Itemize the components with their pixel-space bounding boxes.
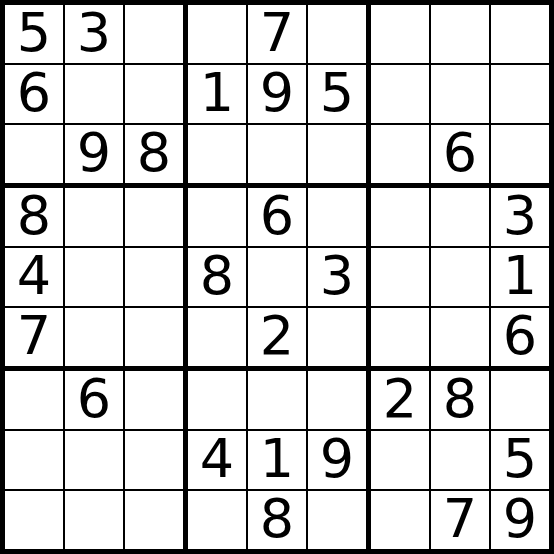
cell-r4c7[interactable] (371, 188, 431, 248)
given-digit: 8 (137, 126, 171, 180)
given-digit: 1 (503, 249, 537, 303)
cell-r6c2[interactable] (65, 308, 125, 371)
cell-r6c9[interactable]: 6 (491, 308, 549, 371)
cell-r7c5[interactable] (248, 371, 308, 431)
given-digit: 2 (260, 309, 294, 363)
cell-r8c9[interactable]: 5 (491, 431, 549, 491)
cell-r6c1[interactable]: 7 (5, 308, 65, 371)
cell-r2c9[interactable] (491, 65, 549, 125)
cell-r3c8[interactable]: 6 (431, 125, 491, 188)
cell-r5c6[interactable]: 3 (308, 248, 371, 308)
cell-r9c5[interactable]: 8 (248, 491, 308, 549)
cell-r9c3[interactable] (125, 491, 188, 549)
cell-r1c8[interactable] (431, 5, 491, 65)
cell-r1c9[interactable] (491, 5, 549, 65)
cell-r2c6[interactable]: 5 (308, 65, 371, 125)
cell-r3c7[interactable] (371, 125, 431, 188)
cell-r3c6[interactable] (308, 125, 371, 188)
cell-r3c2[interactable]: 9 (65, 125, 125, 188)
cell-r2c4[interactable]: 1 (188, 65, 248, 125)
cell-r7c6[interactable] (308, 371, 371, 431)
cell-r6c3[interactable] (125, 308, 188, 371)
given-digit: 5 (17, 6, 51, 60)
cell-r8c5[interactable]: 1 (248, 431, 308, 491)
sudoku-board: 537619598686348317266284195879 (0, 0, 554, 554)
cell-r8c4[interactable]: 4 (188, 431, 248, 491)
cell-r1c1[interactable]: 5 (5, 5, 65, 65)
cell-r9c2[interactable] (65, 491, 125, 549)
cell-r9c7[interactable] (371, 491, 431, 549)
given-digit: 1 (260, 432, 294, 486)
cell-r1c2[interactable]: 3 (65, 5, 125, 65)
given-digit: 4 (17, 249, 51, 303)
cell-r4c9[interactable]: 3 (491, 188, 549, 248)
cell-r4c6[interactable] (308, 188, 371, 248)
cell-r7c2[interactable]: 6 (65, 371, 125, 431)
cell-r9c8[interactable]: 7 (431, 491, 491, 549)
given-digit: 8 (260, 492, 294, 546)
given-digit: 7 (260, 6, 294, 60)
cell-r6c6[interactable] (308, 308, 371, 371)
cell-r7c3[interactable] (125, 371, 188, 431)
cell-r8c2[interactable] (65, 431, 125, 491)
given-digit: 9 (77, 126, 111, 180)
given-digit: 1 (200, 66, 234, 120)
given-digit: 5 (320, 66, 354, 120)
cell-r7c4[interactable] (188, 371, 248, 431)
given-digit: 6 (260, 189, 294, 243)
cell-r5c5[interactable] (248, 248, 308, 308)
cell-r4c5[interactable]: 6 (248, 188, 308, 248)
cell-r1c4[interactable] (188, 5, 248, 65)
cell-r3c3[interactable]: 8 (125, 125, 188, 188)
cell-r6c5[interactable]: 2 (248, 308, 308, 371)
cell-r4c3[interactable] (125, 188, 188, 248)
cell-r9c6[interactable] (308, 491, 371, 549)
cell-r7c1[interactable] (5, 371, 65, 431)
cell-r5c4[interactable]: 8 (188, 248, 248, 308)
cell-r4c8[interactable] (431, 188, 491, 248)
cell-r5c3[interactable] (125, 248, 188, 308)
cell-r3c5[interactable] (248, 125, 308, 188)
given-digit: 3 (77, 6, 111, 60)
cell-r6c4[interactable] (188, 308, 248, 371)
given-digit: 6 (17, 66, 51, 120)
cell-r8c6[interactable]: 9 (308, 431, 371, 491)
cell-r2c5[interactable]: 9 (248, 65, 308, 125)
given-digit: 8 (443, 372, 477, 426)
cell-r5c9[interactable]: 1 (491, 248, 549, 308)
given-digit: 5 (503, 432, 537, 486)
given-digit: 9 (320, 432, 354, 486)
cell-r5c2[interactable] (65, 248, 125, 308)
cell-r2c3[interactable] (125, 65, 188, 125)
cell-r4c2[interactable] (65, 188, 125, 248)
cell-r7c9[interactable] (491, 371, 549, 431)
cell-r3c1[interactable] (5, 125, 65, 188)
given-digit: 8 (200, 249, 234, 303)
cell-r4c1[interactable]: 8 (5, 188, 65, 248)
cell-r3c9[interactable] (491, 125, 549, 188)
given-digit: 8 (17, 189, 51, 243)
given-digit: 3 (503, 189, 537, 243)
given-digit: 9 (260, 66, 294, 120)
given-digit: 2 (383, 372, 417, 426)
given-digit: 4 (200, 432, 234, 486)
given-digit: 3 (320, 249, 354, 303)
cell-r8c1[interactable] (5, 431, 65, 491)
cell-r8c7[interactable] (371, 431, 431, 491)
cell-r8c8[interactable] (431, 431, 491, 491)
cell-r1c3[interactable] (125, 5, 188, 65)
cell-r2c1[interactable]: 6 (5, 65, 65, 125)
given-digit: 6 (503, 309, 537, 363)
cell-r5c1[interactable]: 4 (5, 248, 65, 308)
cell-r9c4[interactable] (188, 491, 248, 549)
given-digit: 7 (443, 492, 477, 546)
given-digit: 7 (17, 309, 51, 363)
cell-r5c7[interactable] (371, 248, 431, 308)
cell-r1c5[interactable]: 7 (248, 5, 308, 65)
cell-r2c8[interactable] (431, 65, 491, 125)
cell-r6c7[interactable] (371, 308, 431, 371)
cell-r1c6[interactable] (308, 5, 371, 65)
cell-r7c7[interactable]: 2 (371, 371, 431, 431)
cell-r5c8[interactable] (431, 248, 491, 308)
cell-r9c1[interactable] (5, 491, 65, 549)
given-digit: 6 (443, 126, 477, 180)
cell-r7c8[interactable]: 8 (431, 371, 491, 431)
cell-r2c7[interactable] (371, 65, 431, 125)
cell-r3c4[interactable] (188, 125, 248, 188)
cell-r9c9[interactable]: 9 (491, 491, 549, 549)
cell-r6c8[interactable] (431, 308, 491, 371)
cell-r8c3[interactable] (125, 431, 188, 491)
cell-r2c2[interactable] (65, 65, 125, 125)
given-digit: 9 (503, 492, 537, 546)
cell-r4c4[interactable] (188, 188, 248, 248)
cell-r1c7[interactable] (371, 5, 431, 65)
given-digit: 6 (77, 372, 111, 426)
